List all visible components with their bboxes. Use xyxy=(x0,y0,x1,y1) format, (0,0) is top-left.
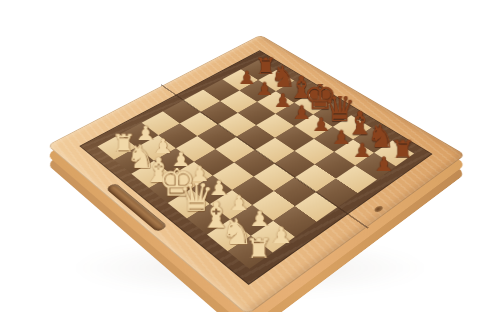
square-c5 xyxy=(275,151,315,178)
wood-knot xyxy=(373,205,385,213)
square-h2: ♟ xyxy=(120,123,159,148)
piece-white-rook: ♜ xyxy=(109,127,137,155)
piece-black-rook: ♜ xyxy=(388,133,416,161)
square-d5 xyxy=(255,138,295,164)
black-knight-glyph: ♞ xyxy=(270,62,296,91)
chess-set-product-photo: ♜♟♟♜♞♟♟♞♝♟♟♝♚♟♟♚♛♟♟♛♝♟♟♝♞♟♟♞♜♟♟♜ xyxy=(0,0,500,312)
square-g2: ♟ xyxy=(137,135,176,161)
square-e7: ♟ xyxy=(276,103,314,126)
black-rook-glyph: ♜ xyxy=(390,137,415,165)
